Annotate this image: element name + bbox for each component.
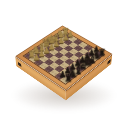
square-e3[interactable] bbox=[54, 46, 64, 52]
perspective-wrapper: ♜♞♝♛♚♝♞♜♟♟♟♟♟♟♟♟♟♟♟♟♟♟♟♟♜♞♝♛♚♝♞♜ bbox=[0, 0, 128, 128]
square-c3[interactable] bbox=[44, 52, 54, 59]
box-clasp-left bbox=[18, 61, 22, 66]
square-a8[interactable]: ♜ bbox=[60, 76, 71, 84]
piece-white-pawn[interactable]: ♟ bbox=[28, 54, 45, 62]
product-photo-stage: ♜♞♝♛♚♝♞♜♟♟♟♟♟♟♟♟♟♟♟♟♟♟♟♟♜♞♝♛♚♝♞♜ bbox=[0, 0, 128, 128]
square-d2[interactable]: ♟ bbox=[44, 46, 54, 52]
square-c2[interactable]: ♟ bbox=[39, 49, 49, 56]
square-f4[interactable] bbox=[64, 45, 74, 51]
piece-white-pawn[interactable]: ♟ bbox=[53, 37, 70, 45]
square-e2[interactable]: ♟ bbox=[49, 43, 59, 49]
square-d3[interactable] bbox=[49, 49, 59, 56]
piece-white-pawn[interactable]: ♟ bbox=[48, 40, 65, 48]
square-g4[interactable] bbox=[68, 42, 78, 48]
square-b3[interactable] bbox=[39, 56, 49, 63]
square-h3[interactable] bbox=[68, 36, 78, 42]
board-lid: ♜♞♝♛♚♝♞♜♟♟♟♟♟♟♟♟♟♟♟♟♟♟♟♟♜♞♝♛♚♝♞♜ bbox=[15, 26, 112, 91]
piece-white-pawn[interactable]: ♟ bbox=[57, 34, 74, 42]
square-f2[interactable]: ♟ bbox=[54, 39, 64, 45]
piece-white-pawn[interactable]: ♟ bbox=[43, 44, 60, 52]
piece-black-rook[interactable]: ♜ bbox=[59, 73, 77, 83]
piece-white-pawn[interactable]: ♟ bbox=[62, 31, 78, 39]
square-b4[interactable] bbox=[44, 59, 54, 66]
square-h4[interactable] bbox=[73, 39, 83, 45]
square-g3[interactable] bbox=[63, 39, 73, 45]
square-f3[interactable] bbox=[59, 42, 69, 48]
chess-box: ♜♞♝♛♚♝♞♜♟♟♟♟♟♟♟♟♟♟♟♟♟♟♟♟♜♞♝♛♚♝♞♜ bbox=[38, 18, 87, 102]
square-g2[interactable]: ♟ bbox=[58, 36, 68, 42]
square-h2[interactable]: ♟ bbox=[63, 33, 72, 39]
piece-white-pawn[interactable]: ♟ bbox=[38, 47, 55, 55]
box-clasp-right bbox=[107, 59, 110, 64]
